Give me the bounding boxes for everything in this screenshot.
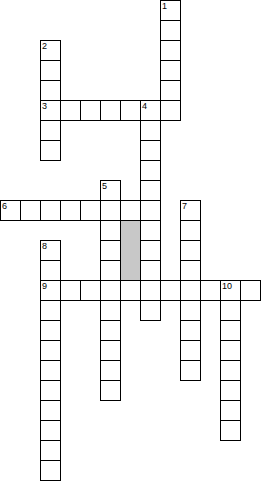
- crossword-cell-r7c2[interactable]: [40, 140, 61, 161]
- crossword-cell-r21c11[interactable]: [220, 420, 241, 441]
- crossword-cell-r7c7[interactable]: [140, 140, 161, 161]
- crossword-cell-r9c7[interactable]: [140, 180, 161, 201]
- crossword-cell-r14c9[interactable]: [180, 280, 201, 301]
- crossword-cell-r14c2[interactable]: [40, 280, 61, 301]
- crossword-cell-r23c2[interactable]: [40, 460, 61, 481]
- crossword-cell-r17c5[interactable]: [100, 340, 121, 361]
- crossword-cell-r13c5[interactable]: [100, 260, 121, 281]
- crossword-cell-r13c2[interactable]: [40, 260, 61, 281]
- crossword-cell-r10c0[interactable]: [0, 200, 21, 221]
- crossword-cell-r5c8[interactable]: [160, 100, 181, 121]
- crossword-cell-r16c2[interactable]: [40, 320, 61, 341]
- crossword-cell-r18c11[interactable]: [220, 360, 241, 381]
- crossword-cell-r14c8[interactable]: [160, 280, 181, 301]
- crossword-cell-r18c2[interactable]: [40, 360, 61, 381]
- crossword-cell-r17c9[interactable]: [180, 340, 201, 361]
- crossword-cell-r12c9[interactable]: [180, 240, 201, 261]
- crossword-cell-r19c11[interactable]: [220, 380, 241, 401]
- crossword-cell-r18c9[interactable]: [180, 360, 201, 381]
- crossword-cell-r10c5[interactable]: [100, 200, 121, 221]
- crossword-cell-r10c6[interactable]: [120, 200, 141, 221]
- crossword-cell-r6c7[interactable]: [140, 120, 161, 141]
- crossword-cell-r15c11[interactable]: [220, 300, 241, 321]
- crossword-cell-r0c8[interactable]: [160, 0, 181, 21]
- crossword-cell-r13c7[interactable]: [140, 260, 161, 281]
- crossword-cell-r14c4[interactable]: [80, 280, 101, 301]
- crossword-cell-r5c3[interactable]: [60, 100, 81, 121]
- crossword-cell-r17c11[interactable]: [220, 340, 241, 361]
- crossword-cell-r14c11[interactable]: [220, 280, 241, 301]
- crossword-cell-r5c2[interactable]: [40, 100, 61, 121]
- crossword-cell-r9c5[interactable]: [100, 180, 121, 201]
- crossword-cell-r10c9[interactable]: [180, 200, 201, 221]
- crossword-cell-r4c8[interactable]: [160, 80, 181, 101]
- crossword-cell-r2c2[interactable]: [40, 40, 61, 61]
- crossword-cell-r10c2[interactable]: [40, 200, 61, 221]
- crossword-cell-r15c7[interactable]: [140, 300, 161, 321]
- crossword-cell-r11c5[interactable]: [100, 220, 121, 241]
- crossword-cell-r16c11[interactable]: [220, 320, 241, 341]
- crossword-cell-r16c5[interactable]: [100, 320, 121, 341]
- crossword-cell-r11c9[interactable]: [180, 220, 201, 241]
- crossword-cell-r15c9[interactable]: [180, 300, 201, 321]
- crossword-cell-r12c2[interactable]: [40, 240, 61, 261]
- crossword-cell-r5c6[interactable]: [120, 100, 141, 121]
- crossword-cell-r16c9[interactable]: [180, 320, 201, 341]
- crossword-cell-r4c2[interactable]: [40, 80, 61, 101]
- crossword-cell-r17c2[interactable]: [40, 340, 61, 361]
- crossword-cell-r22c2[interactable]: [40, 440, 61, 461]
- crossword-cell-r14c6[interactable]: [120, 280, 141, 301]
- crossword-cell-r14c10[interactable]: [200, 280, 221, 301]
- crossword-cell-r10c7[interactable]: [140, 200, 161, 221]
- shaded-block: [120, 220, 141, 281]
- crossword-cell-r14c12[interactable]: [240, 280, 261, 301]
- crossword-cell-r3c8[interactable]: [160, 60, 181, 81]
- crossword-cell-r15c2[interactable]: [40, 300, 61, 321]
- crossword-cell-r10c4[interactable]: [80, 200, 101, 221]
- crossword-cell-r5c7[interactable]: [140, 100, 161, 121]
- crossword-cell-r5c5[interactable]: [100, 100, 121, 121]
- crossword-cell-r14c3[interactable]: [60, 280, 81, 301]
- crossword-cell-r12c7[interactable]: [140, 240, 161, 261]
- crossword-cell-r13c9[interactable]: [180, 260, 201, 281]
- crossword-cell-r12c5[interactable]: [100, 240, 121, 261]
- crossword-cell-r20c2[interactable]: [40, 400, 61, 421]
- crossword-cell-r8c7[interactable]: [140, 160, 161, 181]
- crossword-cell-r14c5[interactable]: [100, 280, 121, 301]
- crossword-cell-r11c7[interactable]: [140, 220, 161, 241]
- crossword-cell-r1c8[interactable]: [160, 20, 181, 41]
- crossword-cell-r10c3[interactable]: [60, 200, 81, 221]
- crossword-cell-r3c2[interactable]: [40, 60, 61, 81]
- crossword-cell-r20c11[interactable]: [220, 400, 241, 421]
- crossword-cell-r5c4[interactable]: [80, 100, 101, 121]
- crossword-cell-r15c5[interactable]: [100, 300, 121, 321]
- crossword-cell-r18c5[interactable]: [100, 360, 121, 381]
- crossword-cell-r2c8[interactable]: [160, 40, 181, 61]
- crossword-cell-r10c1[interactable]: [20, 200, 41, 221]
- crossword-cell-r19c2[interactable]: [40, 380, 61, 401]
- crossword-cell-r14c7[interactable]: [140, 280, 161, 301]
- crossword-cell-r6c2[interactable]: [40, 120, 61, 141]
- crossword-cell-r21c2[interactable]: [40, 420, 61, 441]
- crossword-cell-r19c5[interactable]: [100, 380, 121, 401]
- crossword-board: 12345678910: [0, 0, 261, 481]
